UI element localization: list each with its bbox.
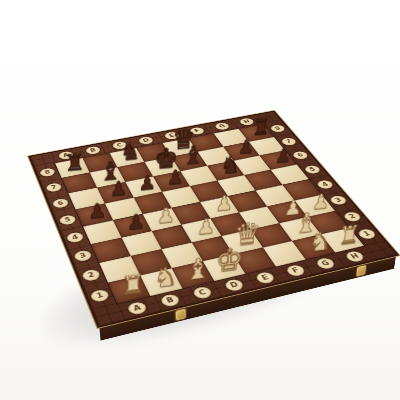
rank-label-left-8: 8 xyxy=(39,167,56,177)
file-label-bottom-G: G xyxy=(315,257,337,270)
rank-label-left-7: 7 xyxy=(45,182,63,193)
white-pawn-e4: ♟ xyxy=(215,193,234,215)
rank-label-right-5: 5 xyxy=(303,165,322,175)
file-label-bottom-C: C xyxy=(192,286,214,300)
file-label-top-D: D xyxy=(137,136,154,145)
file-label-top-A: A xyxy=(58,151,75,161)
rank-label-right-6: 6 xyxy=(291,150,310,160)
rank-label-left-2: 2 xyxy=(81,268,101,282)
file-label-top-G: G xyxy=(214,122,231,131)
file-label-top-H: H xyxy=(238,117,255,126)
rank-label-left-6: 6 xyxy=(52,198,70,209)
board-frame: ♜♞♛♜♝♚♝♟♟♟♟♞♟♟♟♟♟♟♟♟♛♝♜♞♝♚♞♜ 88776655443… xyxy=(30,112,396,326)
brass-latch-icon xyxy=(357,265,367,276)
chess-board: ♜♞♛♜♝♚♝♟♟♟♟♞♟♟♟♟♟♟♟♟♛♝♜♞♝♚♞♜ 88776655443… xyxy=(30,112,396,326)
rank-label-left-4: 4 xyxy=(66,231,85,243)
rank-label-right-3: 3 xyxy=(328,195,348,206)
rank-label-right-8: 8 xyxy=(269,124,287,133)
square-d5 xyxy=(162,186,200,208)
white-pawn-h3: ♟ xyxy=(311,191,330,213)
brass-latch-icon xyxy=(176,309,186,321)
file-label-bottom-H: H xyxy=(344,250,366,263)
rank-label-left-1: 1 xyxy=(89,289,110,303)
black-rook-h8: ♜ xyxy=(251,116,271,139)
rank-label-right-1: 1 xyxy=(356,228,378,240)
rank-label-left-5: 5 xyxy=(58,214,77,226)
black-pawn-a5: ♟ xyxy=(88,200,107,222)
rank-label-right-2: 2 xyxy=(342,211,363,223)
file-label-bottom-B: B xyxy=(159,293,181,308)
file-label-bottom-D: D xyxy=(223,278,245,292)
rank-label-right-4: 4 xyxy=(315,179,335,189)
file-label-bottom-E: E xyxy=(254,271,276,285)
file-label-top-C: C xyxy=(111,141,128,150)
file-label-top-B: B xyxy=(85,146,102,155)
file-label-top-E: E xyxy=(163,131,180,140)
rank-label-right-7: 7 xyxy=(280,137,298,146)
file-label-bottom-F: F xyxy=(285,264,307,277)
file-label-bottom-A: A xyxy=(126,301,148,316)
black-pawn-b4: ♟ xyxy=(126,211,145,233)
rank-label-left-3: 3 xyxy=(73,249,93,262)
file-label-top-F: F xyxy=(189,127,206,136)
chess-set-photo: ♜♞♛♜♝♚♝♟♟♟♟♞♟♟♟♟♟♟♟♟♛♝♜♞♝♚♞♜ 88776655443… xyxy=(0,0,400,400)
